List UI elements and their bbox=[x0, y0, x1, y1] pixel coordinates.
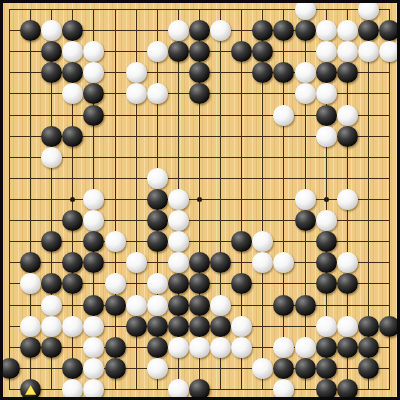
black-stone bbox=[358, 337, 379, 358]
black-stone bbox=[316, 62, 337, 83]
black-stone bbox=[210, 316, 231, 337]
white-stone bbox=[358, 0, 379, 20]
go-board[interactable] bbox=[0, 0, 400, 400]
black-stone bbox=[147, 189, 168, 210]
white-stone bbox=[295, 189, 316, 210]
white-stone bbox=[295, 337, 316, 358]
white-stone bbox=[126, 62, 147, 83]
white-stone bbox=[168, 189, 189, 210]
black-stone bbox=[189, 379, 210, 400]
black-stone bbox=[337, 337, 358, 358]
white-stone bbox=[126, 295, 147, 316]
black-stone bbox=[358, 20, 379, 41]
black-stone bbox=[126, 316, 147, 337]
white-stone bbox=[168, 379, 189, 400]
white-stone bbox=[316, 41, 337, 62]
black-stone bbox=[316, 231, 337, 252]
white-stone bbox=[231, 337, 252, 358]
white-stone bbox=[41, 295, 62, 316]
black-stone bbox=[379, 20, 400, 41]
black-stone bbox=[316, 252, 337, 273]
white-stone bbox=[126, 252, 147, 273]
white-stone bbox=[41, 316, 62, 337]
black-stone bbox=[316, 337, 337, 358]
black-stone bbox=[168, 316, 189, 337]
black-stone bbox=[105, 295, 126, 316]
white-stone bbox=[147, 168, 168, 189]
white-stone bbox=[337, 252, 358, 273]
white-stone bbox=[41, 147, 62, 168]
black-stone bbox=[379, 316, 400, 337]
black-stone bbox=[20, 337, 41, 358]
black-stone bbox=[295, 20, 316, 41]
black-stone bbox=[41, 337, 62, 358]
black-stone bbox=[189, 295, 210, 316]
white-stone bbox=[62, 316, 83, 337]
black-stone bbox=[20, 379, 41, 400]
black-stone bbox=[83, 295, 104, 316]
black-stone bbox=[337, 62, 358, 83]
black-stone bbox=[147, 210, 168, 231]
white-stone bbox=[337, 41, 358, 62]
white-stone bbox=[316, 316, 337, 337]
white-stone bbox=[20, 316, 41, 337]
black-stone bbox=[358, 358, 379, 379]
black-stone bbox=[316, 105, 337, 126]
white-stone bbox=[316, 20, 337, 41]
white-stone bbox=[295, 62, 316, 83]
white-stone bbox=[273, 105, 294, 126]
white-stone bbox=[210, 337, 231, 358]
white-stone bbox=[295, 0, 316, 20]
black-stone bbox=[147, 316, 168, 337]
white-stone bbox=[358, 41, 379, 62]
white-stone bbox=[316, 210, 337, 231]
black-stone bbox=[295, 358, 316, 379]
black-stone bbox=[189, 316, 210, 337]
white-stone bbox=[83, 316, 104, 337]
black-stone bbox=[147, 337, 168, 358]
white-stone bbox=[189, 337, 210, 358]
black-stone bbox=[105, 337, 126, 358]
white-stone bbox=[147, 41, 168, 62]
white-stone bbox=[337, 189, 358, 210]
black-stone bbox=[337, 379, 358, 400]
black-stone bbox=[316, 273, 337, 294]
white-stone bbox=[126, 83, 147, 104]
black-stone bbox=[168, 41, 189, 62]
black-stone bbox=[168, 295, 189, 316]
white-stone bbox=[337, 316, 358, 337]
black-stone bbox=[295, 210, 316, 231]
white-stone bbox=[147, 295, 168, 316]
black-stone bbox=[189, 20, 210, 41]
white-stone bbox=[231, 316, 252, 337]
white-stone bbox=[168, 20, 189, 41]
black-stone bbox=[316, 379, 337, 400]
white-stone bbox=[168, 231, 189, 252]
white-stone bbox=[295, 83, 316, 104]
white-stone bbox=[168, 337, 189, 358]
black-stone bbox=[83, 105, 104, 126]
black-stone bbox=[316, 358, 337, 379]
black-stone bbox=[62, 126, 83, 147]
white-stone bbox=[210, 295, 231, 316]
white-stone bbox=[105, 273, 126, 294]
black-stone bbox=[105, 358, 126, 379]
white-stone bbox=[147, 358, 168, 379]
white-stone bbox=[316, 83, 337, 104]
white-stone bbox=[337, 105, 358, 126]
white-stone bbox=[105, 231, 126, 252]
black-stone bbox=[337, 126, 358, 147]
go-game-screenshot bbox=[0, 0, 400, 400]
white-stone bbox=[337, 20, 358, 41]
black-stone bbox=[0, 358, 20, 379]
black-stone bbox=[358, 316, 379, 337]
black-stone bbox=[147, 231, 168, 252]
black-stone bbox=[295, 295, 316, 316]
white-stone bbox=[316, 126, 337, 147]
white-stone bbox=[168, 210, 189, 231]
black-stone bbox=[273, 295, 294, 316]
black-stone bbox=[41, 126, 62, 147]
